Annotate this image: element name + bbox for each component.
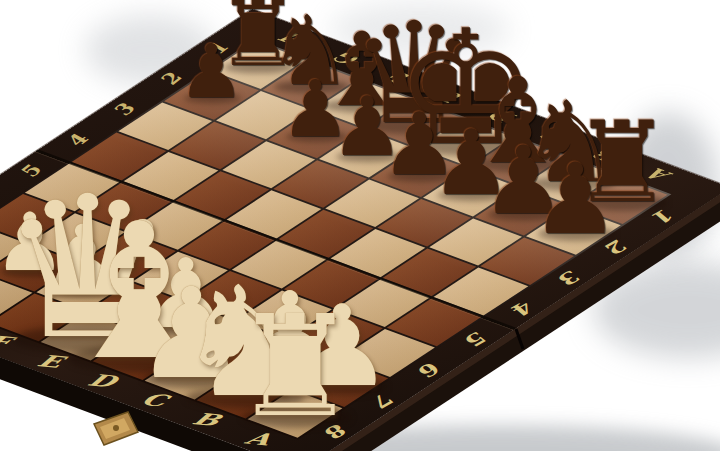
light-rook-glyph: ♜ xyxy=(232,311,358,423)
dark-pawn-glyph: ♟ xyxy=(531,159,619,237)
piece-dark-pawn-a2[interactable]: ♟ xyxy=(531,159,619,237)
dark-pawn-glyph: ♟ xyxy=(178,42,244,101)
scene: AABBCCDDEEFFGGHH1122334455667788 ♜♞♝♛♚♝♞… xyxy=(0,0,720,451)
piece-light-rook-a8[interactable]: ♜ xyxy=(232,311,358,423)
pieces-layer: ♜♞♝♛♚♝♞♜♟♟♟♟♟♟♟♟♟♛♝♟♟♟♞♟♜ xyxy=(0,0,720,451)
piece-dark-pawn-h2[interactable]: ♟ xyxy=(178,42,244,101)
